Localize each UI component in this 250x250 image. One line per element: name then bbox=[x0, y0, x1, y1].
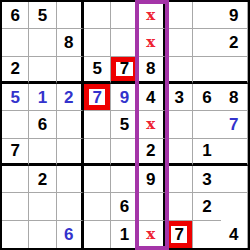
cell-r4c8[interactable]: 6 bbox=[193, 84, 220, 111]
cell-r1c9[interactable]: 9 bbox=[221, 2, 248, 29]
cell-r2c1[interactable] bbox=[2, 29, 29, 56]
cell-r2c9[interactable]: 2 bbox=[221, 29, 248, 56]
cell-r3c2[interactable] bbox=[29, 57, 56, 84]
cell-r6c2[interactable] bbox=[29, 139, 56, 166]
cell-r1c5[interactable] bbox=[111, 2, 138, 29]
cell-r4c3[interactable]: 2 bbox=[57, 84, 84, 111]
cell-r5c9[interactable]: 7 bbox=[221, 111, 248, 138]
cell-r1c8[interactable] bbox=[193, 2, 220, 29]
cell-r6c9[interactable] bbox=[221, 139, 248, 166]
cell-r7c8[interactable]: 3 bbox=[193, 166, 220, 193]
cell-r2c3[interactable]: 8 bbox=[57, 29, 84, 56]
cell-r2c8[interactable] bbox=[193, 29, 220, 56]
cell-r7c1[interactable] bbox=[2, 166, 29, 193]
cell-r1c2[interactable]: 5 bbox=[29, 2, 56, 29]
cell-r1c7[interactable] bbox=[166, 2, 193, 29]
cell-r5c8[interactable] bbox=[193, 111, 220, 138]
cell-r4c4[interactable]: 7 bbox=[84, 84, 111, 111]
cell-r6c5[interactable] bbox=[111, 139, 138, 166]
cell-r5c7[interactable] bbox=[166, 111, 193, 138]
cell-r1c4[interactable] bbox=[84, 2, 111, 29]
cell-r7c3[interactable] bbox=[57, 166, 84, 193]
cell-r7c4[interactable] bbox=[84, 166, 111, 193]
cell-r8c4[interactable] bbox=[84, 193, 111, 220]
cell-r9c7[interactable]: 7 bbox=[166, 221, 193, 248]
cell-r7c2[interactable]: 2 bbox=[29, 166, 56, 193]
cell-r6c7[interactable] bbox=[166, 139, 193, 166]
cell-r8c5[interactable]: 6 bbox=[111, 193, 138, 220]
cell-r6c8[interactable]: 1 bbox=[193, 139, 220, 166]
cell-r9c8[interactable] bbox=[193, 221, 220, 248]
cell-r3c9[interactable] bbox=[221, 57, 248, 84]
cell-r5c3[interactable] bbox=[57, 111, 84, 138]
cell-r3c7[interactable] bbox=[166, 57, 193, 84]
cell-r6c3[interactable] bbox=[57, 139, 84, 166]
cell-r8c2[interactable] bbox=[29, 193, 56, 220]
cell-r2c4[interactable] bbox=[84, 29, 111, 56]
cell-r3c3[interactable] bbox=[57, 57, 84, 84]
cell-r9c2[interactable] bbox=[29, 221, 56, 248]
cell-r7c6[interactable]: 9 bbox=[139, 166, 166, 193]
cell-r9c4[interactable] bbox=[84, 221, 111, 248]
cell-r5c2[interactable]: 6 bbox=[29, 111, 56, 138]
cell-r8c7[interactable] bbox=[166, 193, 193, 220]
cell-r5c1[interactable] bbox=[2, 111, 29, 138]
cell-r9c3[interactable]: 6 bbox=[57, 221, 84, 248]
cell-r7c7[interactable] bbox=[166, 166, 193, 193]
cell-r4c1[interactable]: 5 bbox=[2, 84, 29, 111]
cell-r9c9[interactable]: 4 bbox=[221, 221, 248, 248]
cell-r8c9[interactable] bbox=[221, 193, 248, 220]
cell-r5c5[interactable]: 5 bbox=[111, 111, 138, 138]
cell-r5c4[interactable] bbox=[84, 111, 111, 138]
sudoku-board: 65x98x2257851279436865x77212936261x74 bbox=[0, 0, 250, 250]
cell-r6c1[interactable]: 7 bbox=[2, 139, 29, 166]
cell-r3c5[interactable]: 7 bbox=[111, 57, 138, 84]
cell-r2c2[interactable] bbox=[29, 29, 56, 56]
cell-r7c5[interactable] bbox=[111, 166, 138, 193]
cell-r2c7[interactable] bbox=[166, 29, 193, 56]
cell-r8c8[interactable]: 2 bbox=[193, 193, 220, 220]
cell-r6c4[interactable] bbox=[84, 139, 111, 166]
cell-r9c1[interactable] bbox=[2, 221, 29, 248]
cell-r4c5[interactable]: 9 bbox=[111, 84, 138, 111]
cell-r6c6[interactable]: 2 bbox=[139, 139, 166, 166]
cell-r8c3[interactable] bbox=[57, 193, 84, 220]
cell-r4c2[interactable]: 1 bbox=[29, 84, 56, 111]
cell-r4c9[interactable]: 8 bbox=[221, 84, 248, 111]
cell-r9c5[interactable]: 1 bbox=[111, 221, 138, 248]
cell-r7c9[interactable] bbox=[221, 166, 248, 193]
cell-r3c1[interactable]: 2 bbox=[2, 57, 29, 84]
cell-r2c6[interactable]: x bbox=[139, 29, 166, 56]
cell-r1c6[interactable]: x bbox=[139, 2, 166, 29]
cell-r1c3[interactable] bbox=[57, 2, 84, 29]
cell-r3c8[interactable] bbox=[193, 57, 220, 84]
cell-r9c6[interactable]: x bbox=[139, 221, 166, 248]
cell-r4c7[interactable]: 3 bbox=[166, 84, 193, 111]
cell-r8c6[interactable] bbox=[139, 193, 166, 220]
cell-r4c6[interactable]: 4 bbox=[139, 84, 166, 111]
cell-r8c1[interactable] bbox=[2, 193, 29, 220]
cell-r1c1[interactable]: 6 bbox=[2, 2, 29, 29]
cell-r3c4[interactable]: 5 bbox=[84, 57, 111, 84]
cell-r2c5[interactable] bbox=[111, 29, 138, 56]
cell-r3c6[interactable]: 8 bbox=[139, 57, 166, 84]
cell-r5c6[interactable]: x bbox=[139, 111, 166, 138]
